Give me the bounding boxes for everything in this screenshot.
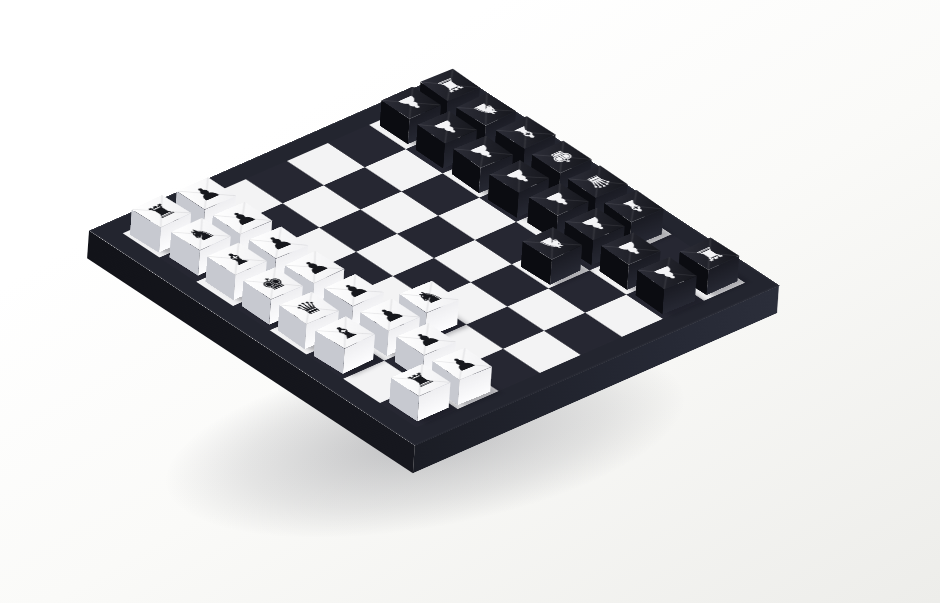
chess-board: ♜♝♛♚♝♞♜♟♟♟♟♟♟♟♟♞♞♟♟♟♟♟♟♟♟♜♝♛♚♝♞♜ [89, 70, 779, 445]
cube-front-face [458, 367, 492, 406]
black-knight-c6: ♞ [521, 252, 581, 285]
pawn-icon: ♟ [576, 213, 614, 234]
cube-top-face: ♞ [399, 281, 459, 313]
cube-left-face [380, 100, 410, 144]
pawn-icon: ♟ [224, 208, 262, 229]
product-photo-scene: ♜♝♛♚♝♞♜♟♟♟♟♟♟♟♟♞♞♟♟♟♟♟♟♟♟♜♝♛♚♝♞♜ [0, 0, 940, 603]
rook-icon: ♜ [142, 201, 180, 222]
knight-icon: ♞ [533, 233, 571, 254]
cube-left-face [416, 125, 445, 169]
pawn-icon: ♟ [335, 280, 373, 301]
knight-icon: ♞ [410, 286, 448, 307]
pawn-icon: ♟ [612, 238, 650, 259]
white-knight-c3: ♞ [398, 306, 458, 338]
pieces-layer: ♜♝♛♚♝♞♜♟♟♟♟♟♟♟♟♞♞♟♟♟♟♟♟♟♟♜♝♛♚♝♞♜ [123, 89, 745, 427]
perspective-wrapper: ♜♝♛♚♝♞♜♟♟♟♟♟♟♟♟♞♞♟♟♟♟♟♟♟♟♜♝♛♚♝♞♜ [0, 0, 940, 603]
pawn-icon: ♟ [187, 183, 225, 204]
rook-icon: ♜ [690, 243, 728, 264]
